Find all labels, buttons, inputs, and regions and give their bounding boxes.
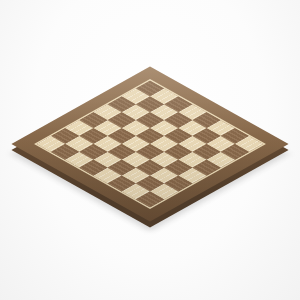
product-photo xyxy=(0,0,300,300)
playing-area xyxy=(34,79,266,209)
board-grid xyxy=(37,81,263,208)
chess-board xyxy=(11,66,288,221)
